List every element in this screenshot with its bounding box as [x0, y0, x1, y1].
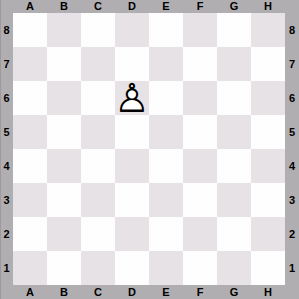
square-a1[interactable]	[13, 251, 47, 285]
rank-label-7: 7	[285, 47, 299, 81]
square-a3[interactable]	[13, 183, 47, 217]
file-label-c: C	[81, 285, 115, 299]
square-f3[interactable]	[183, 183, 217, 217]
square-g3[interactable]	[217, 183, 251, 217]
square-e2[interactable]	[149, 217, 183, 251]
file-label-b: B	[47, 285, 81, 299]
square-b1[interactable]	[47, 251, 81, 285]
file-label-b: B	[47, 0, 81, 13]
file-label-g: G	[217, 285, 251, 299]
square-d5[interactable]	[115, 115, 149, 149]
square-d3[interactable]	[115, 183, 149, 217]
square-f5[interactable]	[183, 115, 217, 149]
square-a5[interactable]	[13, 115, 47, 149]
rank-label-1: 1	[0, 251, 13, 285]
white-pawn-outline-glyph: ♙	[115, 81, 149, 115]
rank-label-5: 5	[285, 115, 299, 149]
file-labels-top: ABCDEFGH	[13, 0, 285, 13]
rank-label-8: 8	[285, 13, 299, 47]
square-d6[interactable]: ♟♙	[115, 81, 149, 115]
file-label-g: G	[217, 0, 251, 13]
file-label-h: H	[251, 285, 285, 299]
file-label-a: A	[13, 0, 47, 13]
square-f6[interactable]	[183, 81, 217, 115]
square-h2[interactable]	[251, 217, 285, 251]
square-c4[interactable]	[81, 149, 115, 183]
square-b3[interactable]	[47, 183, 81, 217]
square-g8[interactable]	[217, 13, 251, 47]
square-c5[interactable]	[81, 115, 115, 149]
square-f8[interactable]	[183, 13, 217, 47]
square-d4[interactable]	[115, 149, 149, 183]
square-e1[interactable]	[149, 251, 183, 285]
square-b7[interactable]	[47, 47, 81, 81]
file-label-h: H	[251, 0, 285, 13]
rank-label-4: 4	[285, 149, 299, 183]
file-label-f: F	[183, 285, 217, 299]
square-c1[interactable]	[81, 251, 115, 285]
square-b6[interactable]	[47, 81, 81, 115]
square-b4[interactable]	[47, 149, 81, 183]
square-c8[interactable]	[81, 13, 115, 47]
square-g5[interactable]	[217, 115, 251, 149]
square-e3[interactable]	[149, 183, 183, 217]
file-label-f: F	[183, 0, 217, 13]
rank-label-8: 8	[0, 13, 13, 47]
square-c7[interactable]	[81, 47, 115, 81]
square-b5[interactable]	[47, 115, 81, 149]
square-a7[interactable]	[13, 47, 47, 81]
square-e7[interactable]	[149, 47, 183, 81]
rank-label-3: 3	[0, 183, 13, 217]
square-h4[interactable]	[251, 149, 285, 183]
square-d1[interactable]	[115, 251, 149, 285]
square-c6[interactable]	[81, 81, 115, 115]
square-e4[interactable]	[149, 149, 183, 183]
square-h1[interactable]	[251, 251, 285, 285]
file-label-a: A	[13, 285, 47, 299]
rank-labels-right: 87654321	[285, 13, 299, 285]
rank-label-5: 5	[0, 115, 13, 149]
board-grid: ♟♙	[13, 13, 285, 285]
file-label-e: E	[149, 285, 183, 299]
square-b8[interactable]	[47, 13, 81, 47]
rank-label-6: 6	[0, 81, 13, 115]
rank-label-3: 3	[285, 183, 299, 217]
square-g1[interactable]	[217, 251, 251, 285]
rank-label-4: 4	[0, 149, 13, 183]
square-f4[interactable]	[183, 149, 217, 183]
rank-label-2: 2	[285, 217, 299, 251]
square-f7[interactable]	[183, 47, 217, 81]
file-label-d: D	[115, 285, 149, 299]
square-g6[interactable]	[217, 81, 251, 115]
file-label-c: C	[81, 0, 115, 13]
square-c2[interactable]	[81, 217, 115, 251]
square-h3[interactable]	[251, 183, 285, 217]
square-a6[interactable]	[13, 81, 47, 115]
square-h5[interactable]	[251, 115, 285, 149]
square-b2[interactable]	[47, 217, 81, 251]
file-labels-bottom: ABCDEFGH	[13, 285, 285, 299]
white-pawn[interactable]: ♟♙	[115, 81, 149, 115]
square-f2[interactable]	[183, 217, 217, 251]
square-a4[interactable]	[13, 149, 47, 183]
square-e6[interactable]	[149, 81, 183, 115]
rank-label-1: 1	[285, 251, 299, 285]
chess-board-window: ABCDEFGH ABCDEFGH 87654321 87654321 ♟♙	[0, 0, 299, 299]
file-label-d: D	[115, 0, 149, 13]
square-h8[interactable]	[251, 13, 285, 47]
square-g2[interactable]	[217, 217, 251, 251]
square-d8[interactable]	[115, 13, 149, 47]
square-d2[interactable]	[115, 217, 149, 251]
rank-label-6: 6	[285, 81, 299, 115]
square-g7[interactable]	[217, 47, 251, 81]
square-h6[interactable]	[251, 81, 285, 115]
file-label-e: E	[149, 0, 183, 13]
square-h7[interactable]	[251, 47, 285, 81]
square-g4[interactable]	[217, 149, 251, 183]
square-a2[interactable]	[13, 217, 47, 251]
square-f1[interactable]	[183, 251, 217, 285]
rank-label-2: 2	[0, 217, 13, 251]
square-e8[interactable]	[149, 13, 183, 47]
square-c3[interactable]	[81, 183, 115, 217]
rank-label-7: 7	[0, 47, 13, 81]
rank-labels-left: 87654321	[0, 13, 13, 285]
square-e5[interactable]	[149, 115, 183, 149]
square-a8[interactable]	[13, 13, 47, 47]
